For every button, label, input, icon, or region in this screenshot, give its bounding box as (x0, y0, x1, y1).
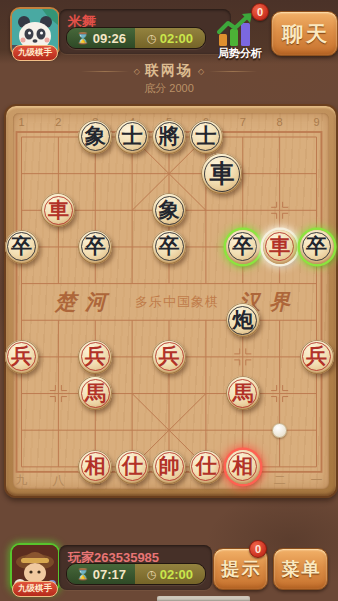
piece-red-horse[interactable]: 馬 (226, 376, 260, 410)
piece-black-elephant[interactable]: 象 (78, 120, 112, 154)
piece-red-soldier[interactable]: 兵 (300, 340, 334, 374)
player-panel: 玩家263535985 ⌛ 07:17 ◷ 02:00 (59, 545, 212, 590)
hourglass-icon: ⌛ (76, 569, 90, 580)
piece-black-chariot[interactable]: 車 (201, 153, 242, 194)
divider-line (209, 71, 257, 72)
piece-black-soldier[interactable]: 卒 (152, 230, 186, 264)
last-move-origin-dot (272, 423, 287, 438)
analysis-badge: 0 (251, 3, 269, 21)
piece-red-elephant[interactable]: 相 (78, 450, 112, 484)
piece-red-elephant[interactable]: 相 (226, 450, 260, 484)
player-timer: ⌛ 07:17 ◷ 02:00 (66, 563, 206, 585)
xiangqi-board: 楚河 多乐中国象棋 汉界 123456789 九八七六五四三二一 象士將士車車象… (4, 104, 338, 498)
opponent-panel: 米舞 ⌛ 09:26 ◷ 02:00 (59, 9, 231, 54)
player-rank-badge: 九级棋手 (12, 581, 58, 597)
piece-red-soldier[interactable]: 兵 (152, 340, 186, 374)
chat-button[interactable]: 聊天 (271, 11, 338, 56)
piece-red-advisor[interactable]: 仕 (189, 450, 223, 484)
piece-red-horse[interactable]: 馬 (78, 376, 112, 410)
menu-button[interactable]: 菜单 (273, 548, 328, 590)
analysis-label: 局势分析 (210, 46, 270, 61)
piece-black-advisor[interactable]: 士 (115, 120, 149, 154)
trend-chart-icon (217, 13, 257, 47)
piece-red-chariot[interactable]: 車 (263, 230, 297, 264)
piece-black-general[interactable]: 將 (152, 120, 186, 154)
piece-black-soldier[interactable]: 卒 (226, 230, 260, 264)
player-avatar[interactable]: 九级棋手 (10, 543, 60, 593)
board-field[interactable]: 楚河 多乐中国象棋 汉界 123456789 九八七六五四三二一 象士將士車車象… (13, 113, 329, 489)
piece-black-advisor[interactable]: 士 (189, 120, 223, 154)
room-info: ◇ 联网场 ◇ 底分 2000 (0, 62, 338, 96)
player-main-timer: ⌛ 07:17 (67, 564, 135, 584)
room-title: 联网场 (145, 62, 193, 80)
hint-badge: 0 (249, 540, 267, 558)
diamond-icon: ◇ (198, 67, 204, 76)
piece-black-soldier[interactable]: 卒 (78, 230, 112, 264)
opponent-main-timer: ⌛ 09:26 (67, 28, 135, 48)
piece-red-soldier[interactable]: 兵 (78, 340, 112, 374)
clock-icon: ◷ (147, 569, 157, 580)
opponent-move-timer: ◷ 02:00 (135, 28, 205, 48)
analysis-button[interactable]: 0 局势分析 (210, 5, 270, 58)
player-move-timer: ◷ 02:00 (135, 564, 205, 584)
piece-layer: 象士將士車車象卒卒卒卒車卒炮兵兵兵兵馬馬相仕帥仕相 (3, 119, 335, 485)
piece-red-general[interactable]: 帥 (152, 450, 186, 484)
opponent-rank-badge: 九级棋手 (12, 45, 58, 61)
piece-black-cannon[interactable]: 炮 (226, 303, 260, 337)
bottom-banner-edge (157, 596, 250, 601)
hourglass-icon: ⌛ (76, 33, 90, 44)
piece-red-advisor[interactable]: 仕 (115, 450, 149, 484)
opponent-timer: ⌛ 09:26 ◷ 02:00 (66, 27, 206, 49)
opponent-avatar[interactable]: 九级棋手 (10, 7, 60, 57)
piece-black-soldier[interactable]: 卒 (5, 230, 39, 264)
diamond-icon: ◇ (134, 67, 140, 76)
piece-black-elephant[interactable]: 象 (152, 193, 186, 227)
clock-icon: ◷ (147, 33, 157, 44)
piece-red-chariot[interactable]: 車 (41, 193, 75, 227)
room-base-score: 底分 2000 (0, 81, 338, 96)
piece-red-soldier[interactable]: 兵 (5, 340, 39, 374)
divider-line (81, 71, 129, 72)
piece-black-soldier[interactable]: 卒 (300, 230, 334, 264)
